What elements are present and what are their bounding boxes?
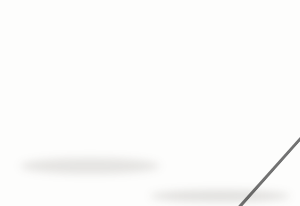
main-chess-board <box>0 23 216 164</box>
main-board-layer <box>0 0 300 206</box>
drawer-handle-notch <box>209 75 214 97</box>
chess-set-photo <box>0 0 300 206</box>
main-board-rim <box>0 23 216 164</box>
